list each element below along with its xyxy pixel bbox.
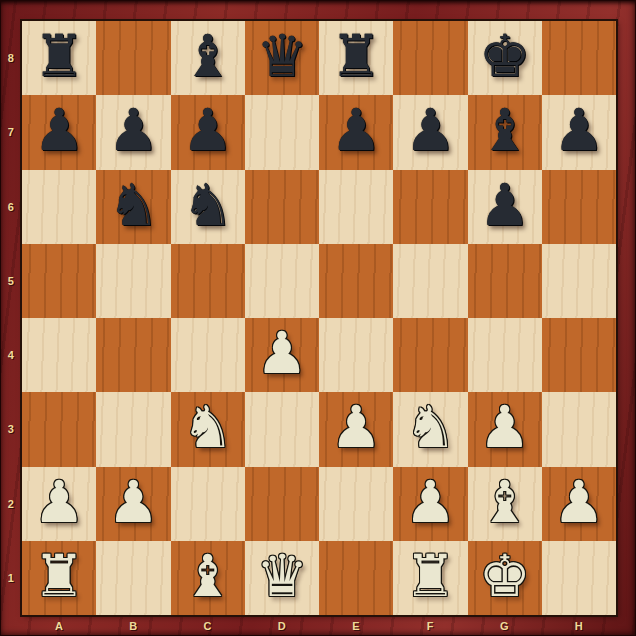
piece-white-pawn[interactable]: ♟ xyxy=(256,324,308,382)
piece-white-king[interactable]: ♚ xyxy=(479,547,531,605)
square-e8[interactable]: ♜ xyxy=(319,21,393,95)
square-a2[interactable]: ♟ xyxy=(22,467,96,541)
piece-white-knight[interactable]: ♞ xyxy=(404,398,456,456)
square-c7[interactable]: ♟ xyxy=(171,95,245,169)
square-e3[interactable]: ♟ xyxy=(319,392,393,466)
square-d5[interactable] xyxy=(245,244,319,318)
square-g6[interactable]: ♟ xyxy=(468,170,542,244)
square-c4[interactable] xyxy=(171,318,245,392)
square-f2[interactable]: ♟ xyxy=(393,467,467,541)
square-c5[interactable] xyxy=(171,244,245,318)
square-h2[interactable]: ♟ xyxy=(542,467,616,541)
square-g2[interactable]: ♝ xyxy=(468,467,542,541)
square-h6[interactable] xyxy=(542,170,616,244)
piece-white-bishop[interactable]: ♝ xyxy=(182,547,234,605)
square-h1[interactable] xyxy=(542,541,616,615)
square-e5[interactable] xyxy=(319,244,393,318)
piece-white-rook[interactable]: ♜ xyxy=(33,547,85,605)
rank-labels: 87654321 xyxy=(0,21,22,615)
square-b6[interactable]: ♞ xyxy=(96,170,170,244)
square-b8[interactable] xyxy=(96,21,170,95)
square-f8[interactable] xyxy=(393,21,467,95)
file-label-a: A xyxy=(22,615,96,636)
square-c2[interactable] xyxy=(171,467,245,541)
square-d6[interactable] xyxy=(245,170,319,244)
square-f7[interactable]: ♟ xyxy=(393,95,467,169)
rank-label-3: 3 xyxy=(0,392,22,466)
square-f1[interactable]: ♜ xyxy=(393,541,467,615)
file-label-f: F xyxy=(393,615,467,636)
square-a4[interactable] xyxy=(22,318,96,392)
rank-label-5: 5 xyxy=(0,244,22,318)
square-a5[interactable] xyxy=(22,244,96,318)
piece-black-rook[interactable]: ♜ xyxy=(330,27,382,85)
rank-label-1: 1 xyxy=(0,541,22,615)
square-d1[interactable]: ♛ xyxy=(245,541,319,615)
piece-white-pawn[interactable]: ♟ xyxy=(479,398,531,456)
square-d7[interactable] xyxy=(245,95,319,169)
rank-label-2: 2 xyxy=(0,467,22,541)
square-a1[interactable]: ♜ xyxy=(22,541,96,615)
chess-board: ♜♝♛♜♚♟♟♟♟♟♝♟♞♞♟♟♞♟♞♟♟♟♟♝♟♜♝♛♜♚ xyxy=(22,21,616,615)
square-h5[interactable] xyxy=(542,244,616,318)
square-d3[interactable] xyxy=(245,392,319,466)
file-label-h: H xyxy=(542,615,616,636)
piece-black-queen[interactable]: ♛ xyxy=(256,27,308,85)
piece-white-pawn[interactable]: ♟ xyxy=(553,473,605,531)
square-g5[interactable] xyxy=(468,244,542,318)
square-g3[interactable]: ♟ xyxy=(468,392,542,466)
piece-black-bishop[interactable]: ♝ xyxy=(182,27,234,85)
square-d2[interactable] xyxy=(245,467,319,541)
square-a3[interactable] xyxy=(22,392,96,466)
piece-black-bishop[interactable]: ♝ xyxy=(479,101,531,159)
square-g7[interactable]: ♝ xyxy=(468,95,542,169)
piece-white-queen[interactable]: ♛ xyxy=(256,547,308,605)
file-label-d: D xyxy=(245,615,319,636)
square-b4[interactable] xyxy=(96,318,170,392)
square-h3[interactable] xyxy=(542,392,616,466)
piece-black-pawn[interactable]: ♟ xyxy=(182,101,234,159)
square-a6[interactable] xyxy=(22,170,96,244)
square-b2[interactable]: ♟ xyxy=(96,467,170,541)
square-e6[interactable] xyxy=(319,170,393,244)
square-c1[interactable]: ♝ xyxy=(171,541,245,615)
square-d4[interactable]: ♟ xyxy=(245,318,319,392)
piece-black-pawn[interactable]: ♟ xyxy=(33,101,85,159)
square-a8[interactable]: ♜ xyxy=(22,21,96,95)
piece-white-pawn[interactable]: ♟ xyxy=(107,473,159,531)
rank-label-8: 8 xyxy=(0,21,22,95)
square-f5[interactable] xyxy=(393,244,467,318)
square-e7[interactable]: ♟ xyxy=(319,95,393,169)
square-b5[interactable] xyxy=(96,244,170,318)
file-label-e: E xyxy=(319,615,393,636)
file-labels: ABCDEFGH xyxy=(22,615,616,636)
square-h7[interactable]: ♟ xyxy=(542,95,616,169)
square-g8[interactable]: ♚ xyxy=(468,21,542,95)
piece-black-pawn[interactable]: ♟ xyxy=(107,101,159,159)
piece-black-pawn[interactable]: ♟ xyxy=(553,101,605,159)
piece-white-knight[interactable]: ♞ xyxy=(182,398,234,456)
square-b3[interactable] xyxy=(96,392,170,466)
rank-label-6: 6 xyxy=(0,170,22,244)
piece-white-bishop[interactable]: ♝ xyxy=(479,473,531,531)
square-d8[interactable]: ♛ xyxy=(245,21,319,95)
square-c3[interactable]: ♞ xyxy=(171,392,245,466)
square-g1[interactable]: ♚ xyxy=(468,541,542,615)
piece-white-pawn[interactable]: ♟ xyxy=(33,473,85,531)
rank-label-4: 4 xyxy=(0,318,22,392)
piece-black-knight[interactable]: ♞ xyxy=(107,176,159,234)
square-e1[interactable] xyxy=(319,541,393,615)
piece-black-pawn[interactable]: ♟ xyxy=(404,101,456,159)
square-e2[interactable] xyxy=(319,467,393,541)
square-b1[interactable] xyxy=(96,541,170,615)
square-e4[interactable] xyxy=(319,318,393,392)
piece-black-pawn[interactable]: ♟ xyxy=(330,101,382,159)
square-h4[interactable] xyxy=(542,318,616,392)
square-f4[interactable] xyxy=(393,318,467,392)
piece-white-pawn[interactable]: ♟ xyxy=(404,473,456,531)
file-label-g: G xyxy=(468,615,542,636)
square-h8[interactable] xyxy=(542,21,616,95)
piece-white-rook[interactable]: ♜ xyxy=(404,547,456,605)
file-label-b: B xyxy=(96,615,170,636)
square-f6[interactable] xyxy=(393,170,467,244)
square-g4[interactable] xyxy=(468,318,542,392)
piece-white-pawn[interactable]: ♟ xyxy=(330,398,382,456)
square-c8[interactable]: ♝ xyxy=(171,21,245,95)
piece-black-pawn[interactable]: ♟ xyxy=(479,176,531,234)
square-a7[interactable]: ♟ xyxy=(22,95,96,169)
rank-label-7: 7 xyxy=(0,95,22,169)
piece-black-king[interactable]: ♚ xyxy=(479,27,531,85)
square-c6[interactable]: ♞ xyxy=(171,170,245,244)
square-f3[interactable]: ♞ xyxy=(393,392,467,466)
piece-black-rook[interactable]: ♜ xyxy=(33,27,85,85)
piece-black-knight[interactable]: ♞ xyxy=(182,176,234,234)
square-b7[interactable]: ♟ xyxy=(96,95,170,169)
file-label-c: C xyxy=(171,615,245,636)
